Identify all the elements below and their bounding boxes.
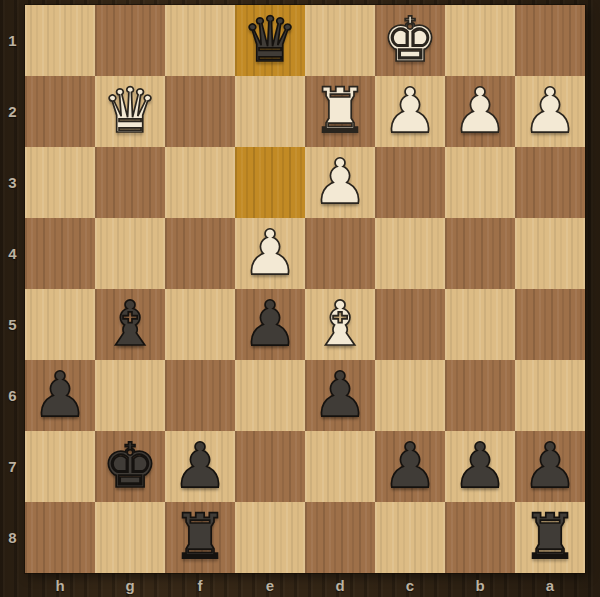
square-g7[interactable]: ♚ — [95, 431, 165, 502]
rank-label-4: 4 — [0, 218, 25, 289]
square-f6[interactable] — [165, 360, 235, 431]
black-pawn[interactable]: ♟ — [515, 431, 585, 501]
file-label-g: g — [95, 573, 165, 597]
square-g8[interactable] — [95, 502, 165, 573]
square-d6[interactable]: ♟ — [305, 360, 375, 431]
square-g3[interactable] — [95, 147, 165, 218]
white-pawn[interactable]: ♟ — [235, 218, 305, 288]
black-pawn[interactable]: ♟ — [25, 360, 95, 430]
square-b8[interactable] — [445, 502, 515, 573]
square-h2[interactable] — [25, 76, 95, 147]
square-e1[interactable]: ♛ — [235, 5, 305, 76]
square-d3[interactable]: ♟ — [305, 147, 375, 218]
file-label-f: f — [165, 573, 235, 597]
square-h4[interactable] — [25, 218, 95, 289]
white-pawn[interactable]: ♟ — [445, 76, 515, 146]
square-e6[interactable] — [235, 360, 305, 431]
rank-label-7: 7 — [0, 431, 25, 502]
black-rook[interactable]: ♜ — [515, 502, 585, 572]
black-pawn[interactable]: ♟ — [305, 360, 375, 430]
square-f1[interactable] — [165, 5, 235, 76]
file-label-h: h — [25, 573, 95, 597]
square-e7[interactable] — [235, 431, 305, 502]
square-e5[interactable]: ♟ — [235, 289, 305, 360]
square-f5[interactable] — [165, 289, 235, 360]
white-pawn[interactable]: ♟ — [305, 147, 375, 217]
square-e3[interactable] — [235, 147, 305, 218]
square-g4[interactable] — [95, 218, 165, 289]
square-d1[interactable] — [305, 5, 375, 76]
square-f4[interactable] — [165, 218, 235, 289]
square-c2[interactable]: ♟ — [375, 76, 445, 147]
black-pawn[interactable]: ♟ — [375, 431, 445, 501]
square-b7[interactable]: ♟ — [445, 431, 515, 502]
square-g2[interactable]: ♛ — [95, 76, 165, 147]
black-rook[interactable]: ♜ — [165, 502, 235, 572]
square-a6[interactable] — [515, 360, 585, 431]
rank-label-3: 3 — [0, 147, 25, 218]
black-queen[interactable]: ♛ — [235, 5, 305, 75]
square-h1[interactable] — [25, 5, 95, 76]
file-label-a: a — [515, 573, 585, 597]
square-h3[interactable] — [25, 147, 95, 218]
rank-label-2: 2 — [0, 76, 25, 147]
square-e2[interactable] — [235, 76, 305, 147]
rank-label-6: 6 — [0, 360, 25, 431]
black-bishop[interactable]: ♝ — [95, 289, 165, 359]
square-f2[interactable] — [165, 76, 235, 147]
square-a1[interactable] — [515, 5, 585, 76]
square-h7[interactable] — [25, 431, 95, 502]
black-pawn[interactable]: ♟ — [235, 289, 305, 359]
black-pawn[interactable]: ♟ — [445, 431, 515, 501]
white-pawn[interactable]: ♟ — [515, 76, 585, 146]
square-a4[interactable] — [515, 218, 585, 289]
square-b1[interactable] — [445, 5, 515, 76]
square-d5[interactable]: ♝ — [305, 289, 375, 360]
square-d2[interactable]: ♜ — [305, 76, 375, 147]
white-bishop[interactable]: ♝ — [305, 289, 375, 359]
square-b3[interactable] — [445, 147, 515, 218]
file-label-b: b — [445, 573, 515, 597]
square-a2[interactable]: ♟ — [515, 76, 585, 147]
square-c5[interactable] — [375, 289, 445, 360]
square-c1[interactable]: ♚ — [375, 5, 445, 76]
file-label-d: d — [305, 573, 375, 597]
square-f3[interactable] — [165, 147, 235, 218]
square-f8[interactable]: ♜ — [165, 502, 235, 573]
square-b6[interactable] — [445, 360, 515, 431]
square-d7[interactable] — [305, 431, 375, 502]
file-labels: hgfedcba — [25, 573, 585, 597]
rank-labels: 12345678 — [0, 5, 25, 573]
square-h8[interactable] — [25, 502, 95, 573]
square-e4[interactable]: ♟ — [235, 218, 305, 289]
square-e8[interactable] — [235, 502, 305, 573]
rank-label-1: 1 — [0, 5, 25, 76]
square-c3[interactable] — [375, 147, 445, 218]
square-c4[interactable] — [375, 218, 445, 289]
square-g5[interactable]: ♝ — [95, 289, 165, 360]
board: ♛♚♛♜♟♟♟♟♟♝♟♝♟♟♚♟♟♟♟♜♜ — [25, 5, 585, 573]
square-a7[interactable]: ♟ — [515, 431, 585, 502]
black-king[interactable]: ♚ — [95, 431, 165, 501]
square-d4[interactable] — [305, 218, 375, 289]
rank-label-5: 5 — [0, 289, 25, 360]
square-c8[interactable] — [375, 502, 445, 573]
square-g1[interactable] — [95, 5, 165, 76]
square-g6[interactable] — [95, 360, 165, 431]
square-a5[interactable] — [515, 289, 585, 360]
square-h6[interactable]: ♟ — [25, 360, 95, 431]
white-rook[interactable]: ♜ — [305, 76, 375, 146]
chessboard-app: 12345678 ♛♚♛♜♟♟♟♟♟♝♟♝♟♟♚♟♟♟♟♜♜ hgfedcba — [0, 0, 600, 597]
square-b4[interactable] — [445, 218, 515, 289]
white-pawn[interactable]: ♟ — [375, 76, 445, 146]
square-a3[interactable] — [515, 147, 585, 218]
rank-label-8: 8 — [0, 502, 25, 573]
white-queen[interactable]: ♛ — [95, 76, 165, 146]
file-label-e: e — [235, 573, 305, 597]
file-label-c: c — [375, 573, 445, 597]
square-b5[interactable] — [445, 289, 515, 360]
square-c7[interactable]: ♟ — [375, 431, 445, 502]
square-d8[interactable] — [305, 502, 375, 573]
black-pawn[interactable]: ♟ — [165, 431, 235, 501]
square-a8[interactable]: ♜ — [515, 502, 585, 573]
square-b2[interactable]: ♟ — [445, 76, 515, 147]
square-h5[interactable] — [25, 289, 95, 360]
square-c6[interactable] — [375, 360, 445, 431]
white-king[interactable]: ♚ — [375, 5, 445, 75]
square-f7[interactable]: ♟ — [165, 431, 235, 502]
